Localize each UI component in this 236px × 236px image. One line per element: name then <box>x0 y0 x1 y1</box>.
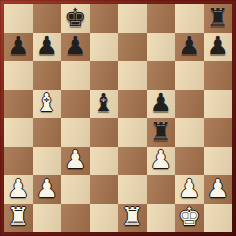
square-a1[interactable]: ♜ <box>4 204 33 233</box>
square-g4[interactable] <box>175 118 204 147</box>
piece-black-pawn[interactable]: ♟ <box>7 33 29 58</box>
square-a8[interactable] <box>4 4 33 33</box>
square-f8[interactable] <box>147 4 176 33</box>
piece-white-king[interactable]: ♚ <box>178 204 200 229</box>
square-d6[interactable] <box>90 61 119 90</box>
square-g1[interactable]: ♚ <box>175 204 204 233</box>
square-h3[interactable] <box>204 147 233 176</box>
square-b5[interactable]: ♝ <box>33 90 62 119</box>
square-a2[interactable]: ♟ <box>4 175 33 204</box>
square-g8[interactable] <box>175 4 204 33</box>
square-h2[interactable]: ♟ <box>204 175 233 204</box>
piece-white-pawn[interactable]: ♟ <box>64 147 86 172</box>
square-h6[interactable] <box>204 61 233 90</box>
piece-white-bishop[interactable]: ♝ <box>36 90 58 115</box>
square-h7[interactable]: ♟ <box>204 33 233 62</box>
piece-white-pawn[interactable]: ♟ <box>150 147 172 172</box>
square-b2[interactable]: ♟ <box>33 175 62 204</box>
square-f7[interactable] <box>147 33 176 62</box>
square-d4[interactable] <box>90 118 119 147</box>
square-a5[interactable] <box>4 90 33 119</box>
square-h4[interactable] <box>204 118 233 147</box>
square-b7[interactable]: ♟ <box>33 33 62 62</box>
piece-white-pawn[interactable]: ♟ <box>7 176 29 201</box>
square-d2[interactable] <box>90 175 119 204</box>
square-h1[interactable] <box>204 204 233 233</box>
piece-white-rook[interactable]: ♜ <box>7 204 29 229</box>
square-c8[interactable]: ♚ <box>61 4 90 33</box>
square-d7[interactable] <box>90 33 119 62</box>
square-f5[interactable]: ♟ <box>147 90 176 119</box>
square-b4[interactable] <box>33 118 62 147</box>
square-f2[interactable] <box>147 175 176 204</box>
square-e5[interactable] <box>118 90 147 119</box>
square-e1[interactable]: ♜ <box>118 204 147 233</box>
piece-white-pawn[interactable]: ♟ <box>207 176 229 201</box>
square-e7[interactable] <box>118 33 147 62</box>
square-b6[interactable] <box>33 61 62 90</box>
square-c1[interactable] <box>61 204 90 233</box>
square-c7[interactable]: ♟ <box>61 33 90 62</box>
square-d8[interactable] <box>90 4 119 33</box>
piece-black-pawn[interactable]: ♟ <box>150 90 172 115</box>
square-f4[interactable]: ♜ <box>147 118 176 147</box>
square-b8[interactable] <box>33 4 62 33</box>
piece-white-rook[interactable]: ♜ <box>121 204 143 229</box>
square-g7[interactable]: ♟ <box>175 33 204 62</box>
piece-black-rook[interactable]: ♜ <box>207 5 229 30</box>
piece-black-bishop[interactable]: ♝ <box>93 90 115 115</box>
square-d5[interactable]: ♝ <box>90 90 119 119</box>
square-a3[interactable] <box>4 147 33 176</box>
square-c4[interactable] <box>61 118 90 147</box>
square-c5[interactable] <box>61 90 90 119</box>
square-e3[interactable] <box>118 147 147 176</box>
piece-black-rook[interactable]: ♜ <box>150 119 172 144</box>
piece-black-pawn[interactable]: ♟ <box>178 33 200 58</box>
square-g6[interactable] <box>175 61 204 90</box>
square-d3[interactable] <box>90 147 119 176</box>
square-g5[interactable] <box>175 90 204 119</box>
piece-white-pawn[interactable]: ♟ <box>36 176 58 201</box>
square-e8[interactable] <box>118 4 147 33</box>
square-e2[interactable] <box>118 175 147 204</box>
chess-board: ♚♜♟♟♟♟♟♝♝♟♜♟♟♟♟♟♟♜♜♚ <box>4 4 232 232</box>
square-f3[interactable]: ♟ <box>147 147 176 176</box>
piece-black-pawn[interactable]: ♟ <box>36 33 58 58</box>
square-c6[interactable] <box>61 61 90 90</box>
chess-board-frame: ♚♜♟♟♟♟♟♝♝♟♜♟♟♟♟♟♟♜♜♚ <box>0 0 236 236</box>
square-a4[interactable] <box>4 118 33 147</box>
piece-black-pawn[interactable]: ♟ <box>207 33 229 58</box>
square-a7[interactable]: ♟ <box>4 33 33 62</box>
square-b1[interactable] <box>33 204 62 233</box>
square-f6[interactable] <box>147 61 176 90</box>
square-h8[interactable]: ♜ <box>204 4 233 33</box>
square-c3[interactable]: ♟ <box>61 147 90 176</box>
square-b3[interactable] <box>33 147 62 176</box>
piece-black-king[interactable]: ♚ <box>64 5 86 30</box>
square-h5[interactable] <box>204 90 233 119</box>
piece-white-pawn[interactable]: ♟ <box>178 176 200 201</box>
square-a6[interactable] <box>4 61 33 90</box>
square-d1[interactable] <box>90 204 119 233</box>
square-e4[interactable] <box>118 118 147 147</box>
square-f1[interactable] <box>147 204 176 233</box>
piece-black-pawn[interactable]: ♟ <box>64 33 86 58</box>
square-g2[interactable]: ♟ <box>175 175 204 204</box>
square-c2[interactable] <box>61 175 90 204</box>
square-e6[interactable] <box>118 61 147 90</box>
square-g3[interactable] <box>175 147 204 176</box>
